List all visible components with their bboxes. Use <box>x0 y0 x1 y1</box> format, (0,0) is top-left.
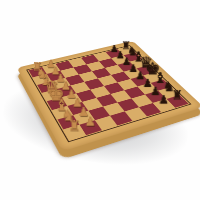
square-c5 <box>92 68 111 78</box>
square-b7: ♟ <box>111 55 129 65</box>
square-b4 <box>73 64 92 74</box>
square-a4 <box>68 58 86 68</box>
chess-board: ♜♞♝♛♚♝♞♜♟♟♟♟♟♟♟♟♟♟♟♟♟♟♟♟♜♞♝♛♚♝♞♜ <box>17 41 200 151</box>
square-a7: ♟ <box>106 49 124 58</box>
square-a5 <box>81 55 99 64</box>
white-pawn-icon: ♟ <box>84 115 95 128</box>
square-b3 <box>60 67 79 77</box>
square-d6 <box>111 72 131 83</box>
black-pawn-icon: ♟ <box>128 63 137 74</box>
square-d5 <box>98 75 118 86</box>
square-c6 <box>105 65 124 75</box>
black-pawn-icon: ♟ <box>158 94 169 106</box>
black-king-icon: ♚ <box>145 61 160 78</box>
black-queen-icon: ♛ <box>139 55 153 70</box>
square-b8: ♞ <box>123 52 141 61</box>
square-d8: ♛ <box>136 65 155 75</box>
square-b5 <box>86 61 104 71</box>
black-rook-icon: ♜ <box>121 40 130 51</box>
chess-set-product-photo: ♜♞♝♛♚♝♞♜♟♟♟♟♟♟♟♟♟♟♟♟♟♟♟♟♜♞♝♛♚♝♞♜ <box>0 0 200 200</box>
square-a3 <box>55 61 73 71</box>
square-c4 <box>79 71 98 82</box>
square-b6 <box>99 58 117 68</box>
black-bishop-icon: ♝ <box>133 50 145 63</box>
white-pawn-icon: ♟ <box>46 59 55 69</box>
black-pawn-icon: ♟ <box>115 50 124 60</box>
black-pawn-icon: ♟ <box>110 44 119 54</box>
black-knight-icon: ♞ <box>127 45 138 57</box>
black-pawn-icon: ♟ <box>122 56 131 66</box>
square-c8: ♝ <box>130 59 149 69</box>
square-c7: ♟ <box>117 62 136 72</box>
square-a8: ♜ <box>117 46 135 55</box>
square-a6 <box>93 52 111 61</box>
square-d7: ♟ <box>124 68 143 78</box>
board-scene: ♜♞♝♛♚♝♞♜♟♟♟♟♟♟♟♟♟♟♟♟♟♟♟♟♜♞♝♛♚♝♞♜ <box>34 16 174 156</box>
white-rook-icon: ♜ <box>32 61 42 72</box>
white-rook-icon: ♜ <box>68 119 80 133</box>
black-rook-icon: ♜ <box>171 89 182 102</box>
